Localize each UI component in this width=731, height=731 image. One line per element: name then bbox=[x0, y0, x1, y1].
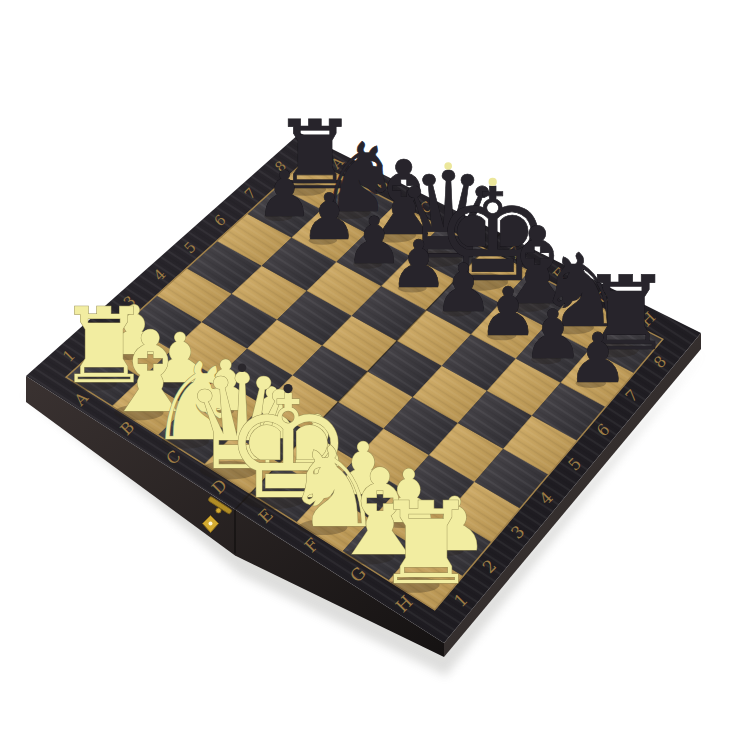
chess-set-photo: AABBCCDDEEFFGGHH1122334455667788♜♞♟♝♟♛♟♚… bbox=[0, 0, 731, 731]
finial bbox=[489, 178, 497, 186]
finial bbox=[283, 384, 292, 393]
clasp-hinge bbox=[216, 508, 221, 513]
piece-glyph: ♟ bbox=[567, 318, 629, 398]
chessboard: AABBCCDDEEFFGGHH1122334455667788♜♞♟♝♟♛♟♚… bbox=[0, 0, 731, 731]
piece-white-rook-h1[interactable]: ♜ bbox=[375, 477, 477, 610]
clasp-sparkle bbox=[209, 522, 213, 526]
piece-black-pawn-h7[interactable]: ♟ bbox=[567, 318, 629, 398]
piece-glyph: ♜ bbox=[375, 477, 477, 610]
